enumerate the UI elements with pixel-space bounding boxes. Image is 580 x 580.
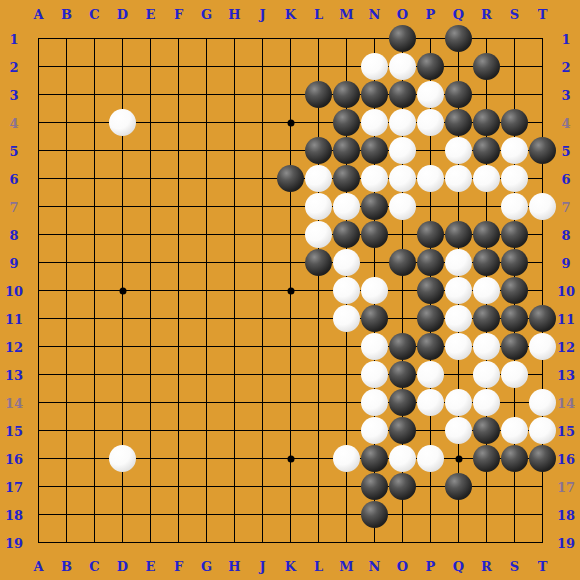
- point-p5[interactable]: [416, 136, 444, 164]
- point-c14[interactable]: [80, 388, 108, 416]
- point-c17[interactable]: [80, 472, 108, 500]
- point-d8[interactable]: [108, 220, 136, 248]
- black-stone-n5: [361, 137, 388, 164]
- point-j2[interactable]: [248, 52, 276, 80]
- point-k10[interactable]: [276, 276, 304, 304]
- point-j19[interactable]: [248, 528, 276, 556]
- point-m13[interactable]: [332, 360, 360, 388]
- point-e6[interactable]: [136, 164, 164, 192]
- point-g15[interactable]: [192, 416, 220, 444]
- point-q2[interactable]: [444, 52, 472, 80]
- point-g11[interactable]: [192, 304, 220, 332]
- point-t19[interactable]: [528, 528, 556, 556]
- point-l19[interactable]: [304, 528, 332, 556]
- point-r18[interactable]: [472, 500, 500, 528]
- point-e2[interactable]: [136, 52, 164, 80]
- point-o13: [388, 360, 416, 388]
- point-o10[interactable]: [388, 276, 416, 304]
- point-k1[interactable]: [276, 24, 304, 52]
- point-q7[interactable]: [444, 192, 472, 220]
- point-h2[interactable]: [220, 52, 248, 80]
- point-d12[interactable]: [108, 332, 136, 360]
- point-a10[interactable]: [24, 276, 52, 304]
- point-d9[interactable]: [108, 248, 136, 276]
- point-b9[interactable]: [52, 248, 80, 276]
- point-b17[interactable]: [52, 472, 80, 500]
- point-p7[interactable]: [416, 192, 444, 220]
- point-k4[interactable]: [276, 108, 304, 136]
- point-g4[interactable]: [192, 108, 220, 136]
- point-o14: [388, 388, 416, 416]
- point-s2[interactable]: [500, 52, 528, 80]
- point-e16[interactable]: [136, 444, 164, 472]
- point-t4[interactable]: [528, 108, 556, 136]
- white-stone-r14: [473, 389, 500, 416]
- point-c7[interactable]: [80, 192, 108, 220]
- point-h11[interactable]: [220, 304, 248, 332]
- point-h17[interactable]: [220, 472, 248, 500]
- point-f1[interactable]: [164, 24, 192, 52]
- point-a8[interactable]: [24, 220, 52, 248]
- point-g16[interactable]: [192, 444, 220, 472]
- black-stone-r4: [473, 109, 500, 136]
- point-k9[interactable]: [276, 248, 304, 276]
- point-o18[interactable]: [388, 500, 416, 528]
- point-p11: [416, 304, 444, 332]
- point-t8[interactable]: [528, 220, 556, 248]
- point-a13[interactable]: [24, 360, 52, 388]
- point-f15[interactable]: [164, 416, 192, 444]
- white-stone-o7: [389, 193, 416, 220]
- point-g9[interactable]: [192, 248, 220, 276]
- black-stone-s4: [501, 109, 528, 136]
- point-s19[interactable]: [500, 528, 528, 556]
- point-g12[interactable]: [192, 332, 220, 360]
- point-s3[interactable]: [500, 80, 528, 108]
- point-m1[interactable]: [332, 24, 360, 52]
- point-l13[interactable]: [304, 360, 332, 388]
- white-stone-d4: [109, 109, 136, 136]
- point-c9[interactable]: [80, 248, 108, 276]
- point-m17[interactable]: [332, 472, 360, 500]
- point-n14: [360, 388, 388, 416]
- point-l15[interactable]: [304, 416, 332, 444]
- point-d13[interactable]: [108, 360, 136, 388]
- point-f9[interactable]: [164, 248, 192, 276]
- point-k12[interactable]: [276, 332, 304, 360]
- point-g5[interactable]: [192, 136, 220, 164]
- point-d11[interactable]: [108, 304, 136, 332]
- point-h19[interactable]: [220, 528, 248, 556]
- point-e3[interactable]: [136, 80, 164, 108]
- point-l12[interactable]: [304, 332, 332, 360]
- point-h1[interactable]: [220, 24, 248, 52]
- point-k14[interactable]: [276, 388, 304, 416]
- point-h12[interactable]: [220, 332, 248, 360]
- point-k8[interactable]: [276, 220, 304, 248]
- point-g10[interactable]: [192, 276, 220, 304]
- point-r17[interactable]: [472, 472, 500, 500]
- black-stone-s10: [501, 277, 528, 304]
- point-k15[interactable]: [276, 416, 304, 444]
- point-b2[interactable]: [52, 52, 80, 80]
- point-h3[interactable]: [220, 80, 248, 108]
- point-j16[interactable]: [248, 444, 276, 472]
- white-stone-s5: [501, 137, 528, 164]
- col-label-bottom-r: R: [473, 560, 501, 573]
- point-l11[interactable]: [304, 304, 332, 332]
- black-stone-r16: [473, 445, 500, 472]
- point-g19[interactable]: [192, 528, 220, 556]
- point-b3[interactable]: [52, 80, 80, 108]
- point-f2[interactable]: [164, 52, 192, 80]
- point-e1[interactable]: [136, 24, 164, 52]
- point-e18[interactable]: [136, 500, 164, 528]
- point-f12[interactable]: [164, 332, 192, 360]
- point-e9[interactable]: [136, 248, 164, 276]
- point-m15[interactable]: [332, 416, 360, 444]
- point-l14[interactable]: [304, 388, 332, 416]
- point-s17[interactable]: [500, 472, 528, 500]
- point-b10[interactable]: [52, 276, 80, 304]
- point-b6[interactable]: [52, 164, 80, 192]
- point-n9[interactable]: [360, 248, 388, 276]
- point-q19[interactable]: [444, 528, 472, 556]
- point-k19[interactable]: [276, 528, 304, 556]
- point-d14[interactable]: [108, 388, 136, 416]
- point-a9[interactable]: [24, 248, 52, 276]
- point-j9[interactable]: [248, 248, 276, 276]
- point-e5[interactable]: [136, 136, 164, 164]
- point-b15[interactable]: [52, 416, 80, 444]
- point-p18[interactable]: [416, 500, 444, 528]
- point-t2[interactable]: [528, 52, 556, 80]
- point-b19[interactable]: [52, 528, 80, 556]
- point-b8[interactable]: [52, 220, 80, 248]
- white-stone-o5: [389, 137, 416, 164]
- point-g18[interactable]: [192, 500, 220, 528]
- point-e19[interactable]: [136, 528, 164, 556]
- point-t10[interactable]: [528, 276, 556, 304]
- point-a3[interactable]: [24, 80, 52, 108]
- point-d19[interactable]: [108, 528, 136, 556]
- col-label-bottom-b: B: [53, 560, 81, 573]
- point-j1[interactable]: [248, 24, 276, 52]
- point-d18[interactable]: [108, 500, 136, 528]
- point-k13[interactable]: [276, 360, 304, 388]
- point-l16[interactable]: [304, 444, 332, 472]
- point-a5[interactable]: [24, 136, 52, 164]
- point-q18[interactable]: [444, 500, 472, 528]
- point-s1[interactable]: [500, 24, 528, 52]
- point-b7[interactable]: [52, 192, 80, 220]
- point-k2[interactable]: [276, 52, 304, 80]
- point-b11[interactable]: [52, 304, 80, 332]
- point-q16[interactable]: [444, 444, 472, 472]
- point-f16[interactable]: [164, 444, 192, 472]
- row-label-right-11: 11: [552, 312, 580, 325]
- point-g7[interactable]: [192, 192, 220, 220]
- point-a1[interactable]: [24, 24, 52, 52]
- point-e8[interactable]: [136, 220, 164, 248]
- row-label-right-14: 14: [552, 396, 580, 409]
- point-q13[interactable]: [444, 360, 472, 388]
- black-stone-q17: [445, 473, 472, 500]
- point-f19[interactable]: [164, 528, 192, 556]
- point-o11[interactable]: [388, 304, 416, 332]
- point-d3[interactable]: [108, 80, 136, 108]
- white-stone-q15: [445, 417, 472, 444]
- point-e4[interactable]: [136, 108, 164, 136]
- point-c8[interactable]: [80, 220, 108, 248]
- point-a7[interactable]: [24, 192, 52, 220]
- point-f7[interactable]: [164, 192, 192, 220]
- point-b5[interactable]: [52, 136, 80, 164]
- point-l4[interactable]: [304, 108, 332, 136]
- point-k6: [276, 164, 304, 192]
- point-k5[interactable]: [276, 136, 304, 164]
- point-b13[interactable]: [52, 360, 80, 388]
- point-l10[interactable]: [304, 276, 332, 304]
- point-e12[interactable]: [136, 332, 164, 360]
- goban[interactable]: AABBCCDDEEFFGGHHJJKKLLMMNNOOPPQQRRSSTT11…: [0, 0, 580, 580]
- point-h10[interactable]: [220, 276, 248, 304]
- point-c6[interactable]: [80, 164, 108, 192]
- point-d17[interactable]: [108, 472, 136, 500]
- white-stone-t14: [529, 389, 556, 416]
- point-f6[interactable]: [164, 164, 192, 192]
- point-p19[interactable]: [416, 528, 444, 556]
- white-stone-q11: [445, 305, 472, 332]
- point-e17[interactable]: [136, 472, 164, 500]
- point-c16[interactable]: [80, 444, 108, 472]
- point-b16[interactable]: [52, 444, 80, 472]
- point-d7[interactable]: [108, 192, 136, 220]
- point-f17[interactable]: [164, 472, 192, 500]
- point-a15[interactable]: [24, 416, 52, 444]
- point-a16[interactable]: [24, 444, 52, 472]
- point-h6[interactable]: [220, 164, 248, 192]
- point-r4: [472, 108, 500, 136]
- point-h5[interactable]: [220, 136, 248, 164]
- point-g2[interactable]: [192, 52, 220, 80]
- point-a4[interactable]: [24, 108, 52, 136]
- point-m14[interactable]: [332, 388, 360, 416]
- point-n1[interactable]: [360, 24, 388, 52]
- point-a19[interactable]: [24, 528, 52, 556]
- point-e7[interactable]: [136, 192, 164, 220]
- point-r7[interactable]: [472, 192, 500, 220]
- point-l17[interactable]: [304, 472, 332, 500]
- point-a6[interactable]: [24, 164, 52, 192]
- point-c2[interactable]: [80, 52, 108, 80]
- point-j3[interactable]: [248, 80, 276, 108]
- point-c1[interactable]: [80, 24, 108, 52]
- black-stone-l9: [305, 249, 332, 276]
- point-c13[interactable]: [80, 360, 108, 388]
- point-g17[interactable]: [192, 472, 220, 500]
- point-n5: [360, 136, 388, 164]
- point-m12[interactable]: [332, 332, 360, 360]
- point-c4[interactable]: [80, 108, 108, 136]
- point-f4[interactable]: [164, 108, 192, 136]
- point-l18[interactable]: [304, 500, 332, 528]
- point-j4[interactable]: [248, 108, 276, 136]
- black-stone-m5: [333, 137, 360, 164]
- point-f13[interactable]: [164, 360, 192, 388]
- point-l2[interactable]: [304, 52, 332, 80]
- point-o8[interactable]: [388, 220, 416, 248]
- point-e15[interactable]: [136, 416, 164, 444]
- white-stone-n13: [361, 361, 388, 388]
- point-s14[interactable]: [500, 388, 528, 416]
- point-m18[interactable]: [332, 500, 360, 528]
- point-t13[interactable]: [528, 360, 556, 388]
- point-m2[interactable]: [332, 52, 360, 80]
- point-k7[interactable]: [276, 192, 304, 220]
- point-k11[interactable]: [276, 304, 304, 332]
- point-l1[interactable]: [304, 24, 332, 52]
- point-e11[interactable]: [136, 304, 164, 332]
- point-t6[interactable]: [528, 164, 556, 192]
- point-r13: [472, 360, 500, 388]
- point-j14[interactable]: [248, 388, 276, 416]
- point-h8[interactable]: [220, 220, 248, 248]
- point-t18[interactable]: [528, 500, 556, 528]
- white-stone-p14: [417, 389, 444, 416]
- point-f8[interactable]: [164, 220, 192, 248]
- point-c15[interactable]: [80, 416, 108, 444]
- point-f18[interactable]: [164, 500, 192, 528]
- point-c11[interactable]: [80, 304, 108, 332]
- point-h4[interactable]: [220, 108, 248, 136]
- point-g14[interactable]: [192, 388, 220, 416]
- point-e13[interactable]: [136, 360, 164, 388]
- point-j12[interactable]: [248, 332, 276, 360]
- point-r3[interactable]: [472, 80, 500, 108]
- point-h15[interactable]: [220, 416, 248, 444]
- point-h13[interactable]: [220, 360, 248, 388]
- point-q4: [444, 108, 472, 136]
- black-stone-l3: [305, 81, 332, 108]
- black-stone-m6: [333, 165, 360, 192]
- point-q12: [444, 332, 472, 360]
- col-label-top-f: F: [165, 8, 193, 21]
- point-k17[interactable]: [276, 472, 304, 500]
- point-r19[interactable]: [472, 528, 500, 556]
- point-r1[interactable]: [472, 24, 500, 52]
- black-stone-r11: [473, 305, 500, 332]
- point-n19[interactable]: [360, 528, 388, 556]
- point-j6[interactable]: [248, 164, 276, 192]
- row-label-right-9: 9: [552, 256, 580, 269]
- point-f10[interactable]: [164, 276, 192, 304]
- point-a18[interactable]: [24, 500, 52, 528]
- point-g13[interactable]: [192, 360, 220, 388]
- point-t17[interactable]: [528, 472, 556, 500]
- point-p17[interactable]: [416, 472, 444, 500]
- point-e14[interactable]: [136, 388, 164, 416]
- point-b12[interactable]: [52, 332, 80, 360]
- point-f3[interactable]: [164, 80, 192, 108]
- col-label-top-q: Q: [445, 8, 473, 21]
- black-stone-n7: [361, 193, 388, 220]
- point-j13[interactable]: [248, 360, 276, 388]
- point-d4: [108, 108, 136, 136]
- row-label-right-4: 4: [552, 116, 580, 129]
- point-k18[interactable]: [276, 500, 304, 528]
- point-t14: [528, 388, 556, 416]
- point-e10[interactable]: [136, 276, 164, 304]
- point-h18[interactable]: [220, 500, 248, 528]
- point-a17[interactable]: [24, 472, 52, 500]
- point-j18[interactable]: [248, 500, 276, 528]
- point-g8[interactable]: [192, 220, 220, 248]
- point-j5[interactable]: [248, 136, 276, 164]
- point-c19[interactable]: [80, 528, 108, 556]
- point-c18[interactable]: [80, 500, 108, 528]
- point-j17[interactable]: [248, 472, 276, 500]
- point-d2[interactable]: [108, 52, 136, 80]
- point-j10[interactable]: [248, 276, 276, 304]
- point-c12[interactable]: [80, 332, 108, 360]
- point-t3[interactable]: [528, 80, 556, 108]
- point-b4[interactable]: [52, 108, 80, 136]
- point-h16[interactable]: [220, 444, 248, 472]
- point-g3[interactable]: [192, 80, 220, 108]
- point-o19[interactable]: [388, 528, 416, 556]
- point-g6[interactable]: [192, 164, 220, 192]
- point-f5[interactable]: [164, 136, 192, 164]
- point-h7[interactable]: [220, 192, 248, 220]
- point-j11[interactable]: [248, 304, 276, 332]
- point-k3[interactable]: [276, 80, 304, 108]
- point-d6[interactable]: [108, 164, 136, 192]
- point-h14[interactable]: [220, 388, 248, 416]
- point-t9[interactable]: [528, 248, 556, 276]
- point-f11[interactable]: [164, 304, 192, 332]
- point-p1[interactable]: [416, 24, 444, 52]
- point-m19[interactable]: [332, 528, 360, 556]
- point-t1[interactable]: [528, 24, 556, 52]
- point-b14[interactable]: [52, 388, 80, 416]
- point-j15[interactable]: [248, 416, 276, 444]
- point-d1[interactable]: [108, 24, 136, 52]
- point-p15[interactable]: [416, 416, 444, 444]
- point-d15[interactable]: [108, 416, 136, 444]
- point-b18[interactable]: [52, 500, 80, 528]
- point-j8[interactable]: [248, 220, 276, 248]
- point-a12[interactable]: [24, 332, 52, 360]
- point-a2[interactable]: [24, 52, 52, 80]
- point-k16[interactable]: [276, 444, 304, 472]
- point-g1[interactable]: [192, 24, 220, 52]
- point-a11[interactable]: [24, 304, 52, 332]
- point-f14[interactable]: [164, 388, 192, 416]
- point-d10[interactable]: [108, 276, 136, 304]
- point-s18[interactable]: [500, 500, 528, 528]
- point-c10[interactable]: [80, 276, 108, 304]
- point-j7[interactable]: [248, 192, 276, 220]
- point-h9[interactable]: [220, 248, 248, 276]
- point-a14[interactable]: [24, 388, 52, 416]
- point-d5[interactable]: [108, 136, 136, 164]
- point-c3[interactable]: [80, 80, 108, 108]
- point-c5[interactable]: [80, 136, 108, 164]
- point-m8: [332, 220, 360, 248]
- point-q5: [444, 136, 472, 164]
- point-b1[interactable]: [52, 24, 80, 52]
